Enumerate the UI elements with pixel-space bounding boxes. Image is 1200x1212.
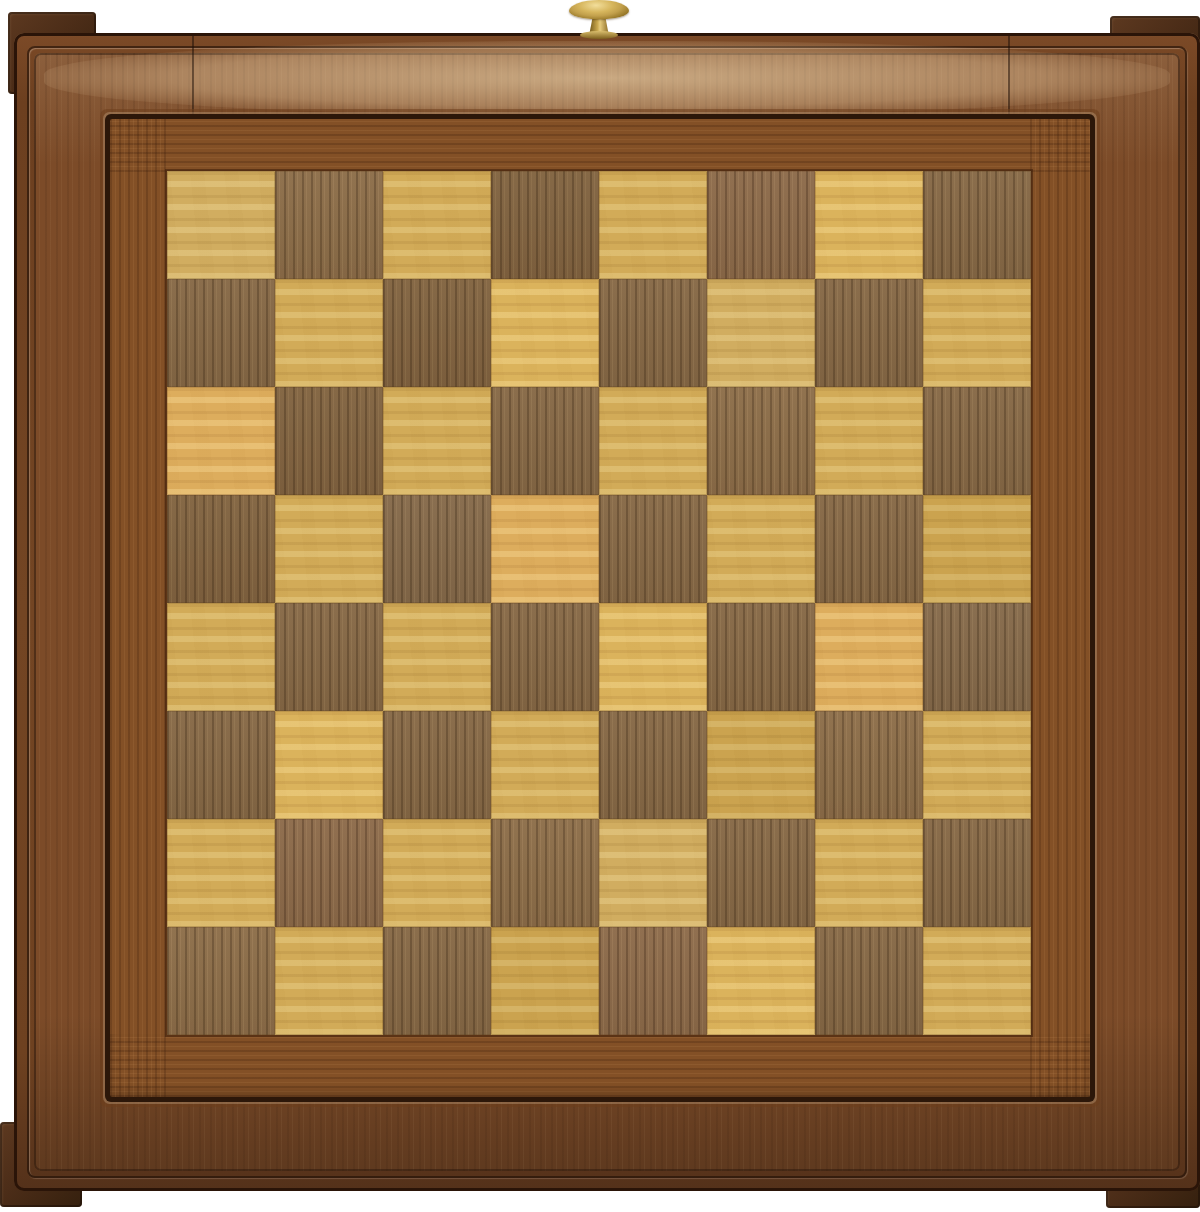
- square-b4[interactable]: [275, 603, 383, 711]
- square-g4[interactable]: [815, 603, 923, 711]
- square-h1[interactable]: [923, 927, 1031, 1035]
- border-strip-top: [110, 119, 1090, 172]
- square-d2[interactable]: [491, 819, 599, 927]
- square-a6[interactable]: [167, 387, 275, 495]
- square-a8[interactable]: [167, 171, 275, 279]
- square-a1[interactable]: [167, 927, 275, 1035]
- square-e2[interactable]: [599, 819, 707, 927]
- square-h2[interactable]: [923, 819, 1031, 927]
- square-h3[interactable]: [923, 711, 1031, 819]
- square-g1[interactable]: [815, 927, 923, 1035]
- square-a2[interactable]: [167, 819, 275, 927]
- square-h7[interactable]: [923, 279, 1031, 387]
- square-d3[interactable]: [491, 711, 599, 819]
- square-c2[interactable]: [383, 819, 491, 927]
- brass-knob-base: [580, 31, 618, 39]
- square-c8[interactable]: [383, 171, 491, 279]
- square-f7[interactable]: [707, 279, 815, 387]
- square-e1[interactable]: [599, 927, 707, 1035]
- lid-seam-right: [1008, 36, 1010, 122]
- square-g5[interactable]: [815, 495, 923, 603]
- square-b5[interactable]: [275, 495, 383, 603]
- border-strip-bottom: [110, 1034, 1090, 1097]
- square-a4[interactable]: [167, 603, 275, 711]
- square-c7[interactable]: [383, 279, 491, 387]
- square-b8[interactable]: [275, 171, 383, 279]
- square-f5[interactable]: [707, 495, 815, 603]
- square-d5[interactable]: [491, 495, 599, 603]
- square-h6[interactable]: [923, 387, 1031, 495]
- square-d6[interactable]: [491, 387, 599, 495]
- square-c1[interactable]: [383, 927, 491, 1035]
- square-c3[interactable]: [383, 711, 491, 819]
- square-f3[interactable]: [707, 711, 815, 819]
- square-e8[interactable]: [599, 171, 707, 279]
- square-e4[interactable]: [599, 603, 707, 711]
- square-d8[interactable]: [491, 171, 599, 279]
- square-g8[interactable]: [815, 171, 923, 279]
- square-g6[interactable]: [815, 387, 923, 495]
- square-b3[interactable]: [275, 711, 383, 819]
- square-c4[interactable]: [383, 603, 491, 711]
- square-e3[interactable]: [599, 711, 707, 819]
- square-c5[interactable]: [383, 495, 491, 603]
- lid-seam-left: [192, 36, 194, 122]
- square-f8[interactable]: [707, 171, 815, 279]
- border-strip-left: [110, 119, 168, 1097]
- border-strip-right: [1030, 119, 1090, 1097]
- square-h4[interactable]: [923, 603, 1031, 711]
- square-b1[interactable]: [275, 927, 383, 1035]
- square-d7[interactable]: [491, 279, 599, 387]
- square-b2[interactable]: [275, 819, 383, 927]
- square-f2[interactable]: [707, 819, 815, 927]
- square-f4[interactable]: [707, 603, 815, 711]
- square-a5[interactable]: [167, 495, 275, 603]
- square-c6[interactable]: [383, 387, 491, 495]
- square-g3[interactable]: [815, 711, 923, 819]
- chessboard: [167, 171, 1031, 1035]
- square-d1[interactable]: [491, 927, 599, 1035]
- game-table: Overhead view of a wooden game table: an…: [0, 0, 1200, 1212]
- square-f6[interactable]: [707, 387, 815, 495]
- square-e6[interactable]: [599, 387, 707, 495]
- brass-knob[interactable]: [566, 0, 632, 40]
- square-b7[interactable]: [275, 279, 383, 387]
- square-a3[interactable]: [167, 711, 275, 819]
- square-g7[interactable]: [815, 279, 923, 387]
- square-e7[interactable]: [599, 279, 707, 387]
- square-b6[interactable]: [275, 387, 383, 495]
- square-f1[interactable]: [707, 927, 815, 1035]
- brass-knob-cap: [569, 0, 629, 19]
- square-a7[interactable]: [167, 279, 275, 387]
- square-g2[interactable]: [815, 819, 923, 927]
- square-d4[interactable]: [491, 603, 599, 711]
- square-h8[interactable]: [923, 171, 1031, 279]
- square-h5[interactable]: [923, 495, 1031, 603]
- square-e5[interactable]: [599, 495, 707, 603]
